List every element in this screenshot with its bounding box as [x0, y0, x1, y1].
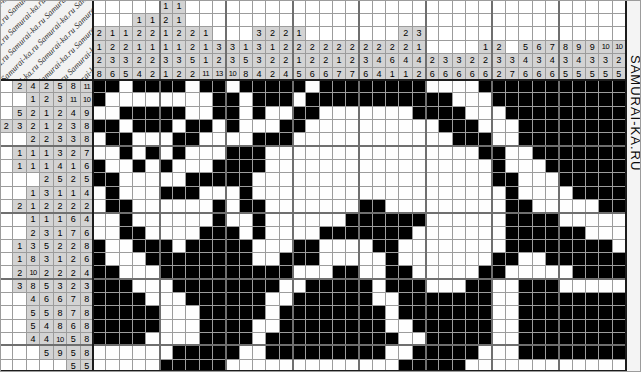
board-cell-filled[interactable]: [253, 107, 265, 119]
board-cell-filled[interactable]: [559, 133, 571, 145]
board-cell-filled[interactable]: [493, 266, 505, 278]
board-cell-empty[interactable]: [333, 173, 345, 185]
board-cell-empty[interactable]: [186, 160, 198, 172]
board-cell-filled[interactable]: [160, 107, 172, 119]
board-cell-empty[interactable]: [479, 160, 491, 172]
board-cell-filled[interactable]: [466, 280, 478, 292]
board-cell-empty[interactable]: [493, 320, 505, 332]
board-cell-filled[interactable]: [146, 107, 158, 119]
board-cell-filled[interactable]: [559, 320, 571, 332]
board-cell-empty[interactable]: [506, 320, 518, 332]
board-cell-filled[interactable]: [120, 320, 132, 332]
board-cell-filled[interactable]: [559, 147, 571, 159]
board-cell-filled[interactable]: [226, 93, 238, 105]
board-cell-empty[interactable]: [533, 173, 545, 185]
board-cell-filled[interactable]: [200, 120, 212, 132]
board-cell-filled[interactable]: [186, 173, 198, 185]
board-cell-empty[interactable]: [359, 133, 371, 145]
board-cell-empty[interactable]: [240, 107, 252, 119]
board-cell-empty[interactable]: [479, 93, 491, 105]
board-cell-empty[interactable]: [186, 80, 198, 92]
board-cell-filled[interactable]: [439, 120, 451, 132]
board-cell-filled[interactable]: [586, 266, 598, 278]
board-cell-empty[interactable]: [293, 266, 305, 278]
board-cell-filled[interactable]: [306, 280, 318, 292]
board-cell-empty[interactable]: [160, 213, 172, 225]
board-cell-filled[interactable]: [546, 120, 558, 132]
board-cell-empty[interactable]: [493, 293, 505, 305]
board-cell-empty[interactable]: [333, 107, 345, 119]
board-cell-filled[interactable]: [359, 346, 371, 358]
board-cell-filled[interactable]: [120, 107, 132, 119]
board-cell-filled[interactable]: [266, 80, 278, 92]
board-cell-empty[interactable]: [386, 200, 398, 212]
board-cell-filled[interactable]: [613, 80, 625, 92]
board-cell-empty[interactable]: [253, 253, 265, 265]
board-cell-empty[interactable]: [533, 253, 545, 265]
board-cell-empty[interactable]: [519, 147, 531, 159]
board-cell-filled[interactable]: [559, 93, 571, 105]
board-cell-filled[interactable]: [240, 240, 252, 252]
board-cell-filled[interactable]: [453, 120, 465, 132]
board-cell-empty[interactable]: [200, 160, 212, 172]
board-cell-filled[interactable]: [93, 280, 105, 292]
board-cell-filled[interactable]: [226, 320, 238, 332]
board-cell-empty[interactable]: [93, 107, 105, 119]
board-cell-filled[interactable]: [599, 253, 611, 265]
board-cell-filled[interactable]: [573, 346, 585, 358]
board-cell-filled[interactable]: [333, 280, 345, 292]
board-cell-filled[interactable]: [519, 93, 531, 105]
board-cell-empty[interactable]: [146, 266, 158, 278]
board-cell-empty[interactable]: [373, 107, 385, 119]
board-cell-empty[interactable]: [426, 120, 438, 132]
board-cell-filled[interactable]: [533, 107, 545, 119]
board-cell-empty[interactable]: [240, 213, 252, 225]
board-cell-filled[interactable]: [613, 93, 625, 105]
board-cell-empty[interactable]: [146, 227, 158, 239]
board-cell-filled[interactable]: [293, 346, 305, 358]
board-cell-filled[interactable]: [506, 107, 518, 119]
board-cell-filled[interactable]: [120, 147, 132, 159]
board-cell-filled[interactable]: [333, 293, 345, 305]
board-cell-empty[interactable]: [226, 213, 238, 225]
board-cell-filled[interactable]: [613, 266, 625, 278]
board-cell-empty[interactable]: [466, 173, 478, 185]
board-cell-filled[interactable]: [333, 306, 345, 318]
board-cell-filled[interactable]: [146, 80, 158, 92]
board-cell-empty[interactable]: [213, 147, 225, 159]
board-cell-filled[interactable]: [213, 213, 225, 225]
board-cell-filled[interactable]: [373, 306, 385, 318]
board-cell-filled[interactable]: [573, 320, 585, 332]
board-cell-filled[interactable]: [519, 346, 531, 358]
board-cell-filled[interactable]: [573, 133, 585, 145]
board-cell-filled[interactable]: [413, 93, 425, 105]
board-cell-filled[interactable]: [200, 240, 212, 252]
board-cell-empty[interactable]: [306, 200, 318, 212]
board-cell-filled[interactable]: [519, 80, 531, 92]
board-cell-filled[interactable]: [320, 93, 332, 105]
board-cell-empty[interactable]: [120, 346, 132, 358]
board-cell-filled[interactable]: [333, 320, 345, 332]
board-cell-empty[interactable]: [120, 120, 132, 132]
board-cell-filled[interactable]: [586, 253, 598, 265]
board-cell-filled[interactable]: [186, 240, 198, 252]
board-cell-empty[interactable]: [93, 133, 105, 145]
board-cell-filled[interactable]: [546, 240, 558, 252]
board-cell-empty[interactable]: [506, 346, 518, 358]
board-cell-filled[interactable]: [359, 306, 371, 318]
board-cell-filled[interactable]: [226, 147, 238, 159]
board-cell-empty[interactable]: [186, 147, 198, 159]
board-cell-filled[interactable]: [346, 346, 358, 358]
board-cell-filled[interactable]: [599, 160, 611, 172]
board-cell-empty[interactable]: [493, 187, 505, 199]
board-cell-filled[interactable]: [599, 120, 611, 132]
board-cell-filled[interactable]: [320, 293, 332, 305]
board-cell-empty[interactable]: [173, 227, 185, 239]
board-cell-empty[interactable]: [346, 200, 358, 212]
board-cell-filled[interactable]: [599, 107, 611, 119]
board-cell-filled[interactable]: [120, 133, 132, 145]
board-cell-filled[interactable]: [466, 320, 478, 332]
board-cell-filled[interactable]: [439, 107, 451, 119]
board-cell-filled[interactable]: [599, 80, 611, 92]
board-cell-empty[interactable]: [359, 240, 371, 252]
board-cell-empty[interactable]: [306, 80, 318, 92]
board-cell-empty[interactable]: [320, 120, 332, 132]
board-cell-filled[interactable]: [213, 93, 225, 105]
board-cell-empty[interactable]: [519, 160, 531, 172]
board-cell-filled[interactable]: [93, 240, 105, 252]
board-cell-empty[interactable]: [293, 160, 305, 172]
board-cell-filled[interactable]: [226, 107, 238, 119]
board-cell-filled[interactable]: [240, 147, 252, 159]
board-cell-filled[interactable]: [226, 120, 238, 132]
board-cell-empty[interactable]: [133, 93, 145, 105]
board-cell-filled[interactable]: [266, 280, 278, 292]
board-cell-empty[interactable]: [240, 227, 252, 239]
board-cell-filled[interactable]: [466, 133, 478, 145]
board-cell-filled[interactable]: [320, 227, 332, 239]
board-cell-filled[interactable]: [533, 133, 545, 145]
board-cell-empty[interactable]: [293, 280, 305, 292]
board-cell-filled[interactable]: [253, 147, 265, 159]
board-cell-empty[interactable]: [373, 187, 385, 199]
board-cell-empty[interactable]: [280, 213, 292, 225]
board-cell-filled[interactable]: [133, 320, 145, 332]
board-cell-filled[interactable]: [359, 280, 371, 292]
board-cell-filled[interactable]: [493, 93, 505, 105]
board-cell-filled[interactable]: [586, 187, 598, 199]
board-cell-filled[interactable]: [399, 266, 411, 278]
board-cell-empty[interactable]: [439, 200, 451, 212]
board-cell-filled[interactable]: [346, 266, 358, 278]
board-cell-filled[interactable]: [213, 107, 225, 119]
board-cell-filled[interactable]: [559, 227, 571, 239]
board-cell-empty[interactable]: [453, 253, 465, 265]
board-cell-empty[interactable]: [120, 266, 132, 278]
board-cell-filled[interactable]: [373, 320, 385, 332]
board-cell-filled[interactable]: [160, 80, 172, 92]
board-cell-filled[interactable]: [613, 253, 625, 265]
board-cell-filled[interactable]: [106, 80, 118, 92]
board-cell-filled[interactable]: [280, 346, 292, 358]
board-cell-empty[interactable]: [293, 93, 305, 105]
board-cell-filled[interactable]: [413, 293, 425, 305]
board-cell-empty[interactable]: [599, 213, 611, 225]
board-cell-empty[interactable]: [426, 253, 438, 265]
board-cell-filled[interactable]: [253, 133, 265, 145]
board-cell-filled[interactable]: [479, 133, 491, 145]
board-cell-filled[interactable]: [226, 253, 238, 265]
board-cell-empty[interactable]: [266, 160, 278, 172]
board-cell-filled[interactable]: [426, 320, 438, 332]
board-cell-filled[interactable]: [466, 306, 478, 318]
board-cell-empty[interactable]: [493, 120, 505, 132]
board-cell-filled[interactable]: [546, 80, 558, 92]
board-cell-filled[interactable]: [613, 133, 625, 145]
board-cell-filled[interactable]: [173, 80, 185, 92]
board-cell-empty[interactable]: [186, 93, 198, 105]
board-cell-empty[interactable]: [280, 200, 292, 212]
board-cell-empty[interactable]: [519, 187, 531, 199]
board-cell-filled[interactable]: [506, 173, 518, 185]
board-cell-filled[interactable]: [413, 346, 425, 358]
board-cell-filled[interactable]: [506, 93, 518, 105]
board-cell-filled[interactable]: [546, 306, 558, 318]
board-cell-empty[interactable]: [479, 173, 491, 185]
board-cell-filled[interactable]: [266, 133, 278, 145]
board-cell-filled[interactable]: [120, 213, 132, 225]
board-cell-filled[interactable]: [559, 346, 571, 358]
board-cell-filled[interactable]: [546, 320, 558, 332]
board-cell-filled[interactable]: [320, 346, 332, 358]
board-cell-filled[interactable]: [226, 173, 238, 185]
board-cell-empty[interactable]: [426, 173, 438, 185]
board-cell-empty[interactable]: [399, 320, 411, 332]
board-cell-empty[interactable]: [426, 280, 438, 292]
board-cell-empty[interactable]: [479, 200, 491, 212]
board-cell-filled[interactable]: [253, 160, 265, 172]
board-cell-filled[interactable]: [479, 320, 491, 332]
board-cell-filled[interactable]: [240, 293, 252, 305]
board-cell-empty[interactable]: [160, 133, 172, 145]
board-cell-filled[interactable]: [106, 187, 118, 199]
board-cell-empty[interactable]: [266, 306, 278, 318]
board-cell-empty[interactable]: [506, 293, 518, 305]
board-cell-empty[interactable]: [280, 160, 292, 172]
board-cell-filled[interactable]: [546, 213, 558, 225]
board-cell-empty[interactable]: [573, 280, 585, 292]
board-cell-filled[interactable]: [453, 346, 465, 358]
board-cell-empty[interactable]: [213, 133, 225, 145]
board-cell-filled[interactable]: [586, 173, 598, 185]
board-cell-filled[interactable]: [293, 120, 305, 132]
board-cell-empty[interactable]: [320, 213, 332, 225]
board-cell-filled[interactable]: [573, 187, 585, 199]
board-cell-filled[interactable]: [160, 120, 172, 132]
board-cell-empty[interactable]: [186, 200, 198, 212]
board-cell-empty[interactable]: [333, 253, 345, 265]
board-cell-filled[interactable]: [533, 280, 545, 292]
board-cell-empty[interactable]: [439, 213, 451, 225]
board-cell-empty[interactable]: [253, 320, 265, 332]
board-cell-filled[interactable]: [559, 293, 571, 305]
board-cell-filled[interactable]: [373, 200, 385, 212]
board-cell-filled[interactable]: [226, 280, 238, 292]
board-cell-filled[interactable]: [586, 240, 598, 252]
board-cell-empty[interactable]: [133, 346, 145, 358]
board-cell-empty[interactable]: [253, 240, 265, 252]
board-cell-empty[interactable]: [293, 200, 305, 212]
board-cell-filled[interactable]: [213, 293, 225, 305]
board-cell-empty[interactable]: [466, 253, 478, 265]
board-cell-filled[interactable]: [200, 320, 212, 332]
board-cell-empty[interactable]: [186, 107, 198, 119]
board-cell-empty[interactable]: [120, 240, 132, 252]
board-cell-filled[interactable]: [213, 80, 225, 92]
board-cell-empty[interactable]: [399, 240, 411, 252]
board-cell-filled[interactable]: [613, 200, 625, 212]
board-cell-empty[interactable]: [333, 147, 345, 159]
board-cell-filled[interactable]: [479, 80, 491, 92]
board-cell-filled[interactable]: [493, 80, 505, 92]
board-cell-filled[interactable]: [519, 280, 531, 292]
board-cell-filled[interactable]: [466, 293, 478, 305]
board-cell-empty[interactable]: [293, 213, 305, 225]
board-cell-empty[interactable]: [146, 160, 158, 172]
board-cell-filled[interactable]: [426, 293, 438, 305]
board-cell-empty[interactable]: [160, 173, 172, 185]
board-cell-empty[interactable]: [320, 200, 332, 212]
board-cell-filled[interactable]: [453, 293, 465, 305]
board-cell-filled[interactable]: [559, 120, 571, 132]
board-cell-empty[interactable]: [373, 133, 385, 145]
board-cell-filled[interactable]: [226, 346, 238, 358]
board-cell-filled[interactable]: [253, 293, 265, 305]
board-cell-filled[interactable]: [200, 293, 212, 305]
board-cell-empty[interactable]: [439, 160, 451, 172]
board-cell-empty[interactable]: [93, 227, 105, 239]
board-cell-filled[interactable]: [253, 200, 265, 212]
board-cell-empty[interactable]: [333, 187, 345, 199]
board-cell-empty[interactable]: [253, 346, 265, 358]
board-cell-filled[interactable]: [200, 80, 212, 92]
board-cell-filled[interactable]: [306, 93, 318, 105]
board-cell-filled[interactable]: [519, 306, 531, 318]
board-cell-empty[interactable]: [426, 160, 438, 172]
board-cell-empty[interactable]: [426, 227, 438, 239]
board-cell-filled[interactable]: [613, 306, 625, 318]
board-cell-empty[interactable]: [106, 227, 118, 239]
board-cell-empty[interactable]: [200, 93, 212, 105]
board-cell-empty[interactable]: [173, 160, 185, 172]
board-cell-empty[interactable]: [386, 160, 398, 172]
board-cell-empty[interactable]: [173, 200, 185, 212]
board-cell-empty[interactable]: [453, 147, 465, 159]
board-cell-filled[interactable]: [613, 147, 625, 159]
board-cell-filled[interactable]: [240, 200, 252, 212]
board-cell-filled[interactable]: [439, 346, 451, 358]
board-cell-empty[interactable]: [173, 173, 185, 185]
board-cell-filled[interactable]: [439, 293, 451, 305]
board-cell-filled[interactable]: [573, 240, 585, 252]
board-cell-filled[interactable]: [293, 80, 305, 92]
board-cell-empty[interactable]: [173, 320, 185, 332]
board-cell-filled[interactable]: [373, 213, 385, 225]
board-cell-filled[interactable]: [333, 266, 345, 278]
board-cell-filled[interactable]: [519, 240, 531, 252]
board-cell-filled[interactable]: [146, 120, 158, 132]
board-cell-filled[interactable]: [479, 266, 491, 278]
board-cell-empty[interactable]: [306, 147, 318, 159]
board-cell-empty[interactable]: [493, 213, 505, 225]
board-cell-filled[interactable]: [293, 320, 305, 332]
board-cell-filled[interactable]: [373, 93, 385, 105]
board-cell-empty[interactable]: [453, 200, 465, 212]
board-cell-filled[interactable]: [493, 147, 505, 159]
board-cell-empty[interactable]: [399, 107, 411, 119]
board-cell-filled[interactable]: [293, 306, 305, 318]
board-cell-filled[interactable]: [346, 320, 358, 332]
board-cell-filled[interactable]: [93, 320, 105, 332]
board-cell-filled[interactable]: [453, 133, 465, 145]
board-cell-empty[interactable]: [493, 306, 505, 318]
board-cell-empty[interactable]: [93, 187, 105, 199]
board-cell-empty[interactable]: [280, 147, 292, 159]
board-cell-empty[interactable]: [613, 213, 625, 225]
board-cell-filled[interactable]: [226, 240, 238, 252]
board-cell-empty[interactable]: [320, 160, 332, 172]
board-cell-empty[interactable]: [386, 107, 398, 119]
board-cell-filled[interactable]: [200, 253, 212, 265]
board-cell-filled[interactable]: [399, 213, 411, 225]
board-cell-empty[interactable]: [559, 266, 571, 278]
board-cell-filled[interactable]: [533, 346, 545, 358]
board-cell-empty[interactable]: [373, 293, 385, 305]
board-cell-filled[interactable]: [293, 253, 305, 265]
board-cell-filled[interactable]: [253, 280, 265, 292]
board-cell-filled[interactable]: [106, 280, 118, 292]
board-cell-empty[interactable]: [133, 147, 145, 159]
board-cell-empty[interactable]: [453, 160, 465, 172]
board-cell-empty[interactable]: [266, 213, 278, 225]
board-cell-filled[interactable]: [173, 266, 185, 278]
board-cell-filled[interactable]: [280, 320, 292, 332]
board-cell-filled[interactable]: [533, 93, 545, 105]
board-cell-empty[interactable]: [160, 320, 172, 332]
board-cell-empty[interactable]: [493, 280, 505, 292]
board-cell-filled[interactable]: [386, 213, 398, 225]
board-cell-empty[interactable]: [146, 213, 158, 225]
board-cell-empty[interactable]: [226, 133, 238, 145]
board-cell-filled[interactable]: [546, 253, 558, 265]
board-cell-empty[interactable]: [586, 227, 598, 239]
board-cell-filled[interactable]: [373, 80, 385, 92]
board-cell-empty[interactable]: [266, 320, 278, 332]
board-cell-empty[interactable]: [186, 320, 198, 332]
board-cell-empty[interactable]: [439, 280, 451, 292]
board-cell-filled[interactable]: [479, 280, 491, 292]
board-cell-filled[interactable]: [573, 306, 585, 318]
board-cell-filled[interactable]: [213, 306, 225, 318]
board-cell-filled[interactable]: [160, 253, 172, 265]
board-cell-empty[interactable]: [413, 147, 425, 159]
board-cell-empty[interactable]: [599, 280, 611, 292]
board-cell-filled[interactable]: [346, 280, 358, 292]
